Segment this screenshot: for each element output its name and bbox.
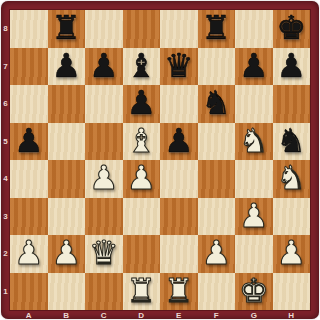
square-c4[interactable]: ♟ bbox=[85, 160, 123, 198]
black-bishop[interactable]: ♝ bbox=[126, 49, 156, 82]
black-knight[interactable]: ♞ bbox=[276, 124, 306, 157]
rank-labels: 87654321 bbox=[1, 10, 10, 310]
square-a3[interactable] bbox=[10, 198, 48, 236]
white-knight[interactable]: ♞ bbox=[239, 124, 269, 157]
white-queen[interactable]: ♛ bbox=[89, 236, 119, 269]
square-b4[interactable] bbox=[48, 160, 86, 198]
square-b3[interactable] bbox=[48, 198, 86, 236]
square-f6[interactable]: ♞ bbox=[198, 85, 236, 123]
file-label-b: b bbox=[48, 310, 86, 320]
black-pawn[interactable]: ♟ bbox=[51, 49, 81, 82]
white-king[interactable]: ♚ bbox=[239, 274, 269, 307]
square-a4[interactable] bbox=[10, 160, 48, 198]
rank-label-3: 3 bbox=[1, 198, 10, 236]
square-h2[interactable]: ♟ bbox=[273, 235, 311, 273]
square-f8[interactable]: ♜ bbox=[198, 10, 236, 48]
square-h7[interactable]: ♟ bbox=[273, 48, 311, 86]
square-e8[interactable] bbox=[160, 10, 198, 48]
square-b1[interactable] bbox=[48, 273, 86, 311]
square-f5[interactable] bbox=[198, 123, 236, 161]
chess-board: ♜♜♚♟♟♝♛♟♟♟♞♟♝♟♞♞♟♟♞♟♟♟♛♟♟♜♜♚ bbox=[10, 10, 310, 310]
rank-label-7: 7 bbox=[1, 48, 10, 86]
square-c6[interactable] bbox=[85, 85, 123, 123]
square-d6[interactable]: ♟ bbox=[123, 85, 161, 123]
white-pawn[interactable]: ♟ bbox=[89, 161, 119, 194]
square-c5[interactable] bbox=[85, 123, 123, 161]
square-d7[interactable]: ♝ bbox=[123, 48, 161, 86]
square-g5[interactable]: ♞ bbox=[235, 123, 273, 161]
square-f3[interactable] bbox=[198, 198, 236, 236]
white-bishop[interactable]: ♝ bbox=[126, 124, 156, 157]
file-label-h: h bbox=[273, 310, 311, 320]
square-d4[interactable]: ♟ bbox=[123, 160, 161, 198]
square-c2[interactable]: ♛ bbox=[85, 235, 123, 273]
square-d2[interactable] bbox=[123, 235, 161, 273]
square-b8[interactable]: ♜ bbox=[48, 10, 86, 48]
black-pawn[interactable]: ♟ bbox=[126, 86, 156, 119]
square-d5[interactable]: ♝ bbox=[123, 123, 161, 161]
square-h1[interactable] bbox=[273, 273, 311, 311]
white-rook[interactable]: ♜ bbox=[164, 274, 194, 307]
square-h8[interactable]: ♚ bbox=[273, 10, 311, 48]
rank-label-1: 1 bbox=[1, 273, 10, 311]
file-label-c: c bbox=[85, 310, 123, 320]
square-e6[interactable] bbox=[160, 85, 198, 123]
square-a1[interactable] bbox=[10, 273, 48, 311]
black-king[interactable]: ♚ bbox=[276, 11, 306, 44]
rank-label-6: 6 bbox=[1, 85, 10, 123]
square-g8[interactable] bbox=[235, 10, 273, 48]
black-rook[interactable]: ♜ bbox=[51, 11, 81, 44]
square-h4[interactable]: ♞ bbox=[273, 160, 311, 198]
square-g4[interactable] bbox=[235, 160, 273, 198]
white-pawn[interactable]: ♟ bbox=[51, 236, 81, 269]
white-pawn[interactable]: ♟ bbox=[201, 236, 231, 269]
square-e2[interactable] bbox=[160, 235, 198, 273]
white-rook[interactable]: ♜ bbox=[126, 274, 156, 307]
file-label-e: e bbox=[160, 310, 198, 320]
square-f7[interactable] bbox=[198, 48, 236, 86]
black-pawn[interactable]: ♟ bbox=[14, 124, 44, 157]
square-b7[interactable]: ♟ bbox=[48, 48, 86, 86]
square-d1[interactable]: ♜ bbox=[123, 273, 161, 311]
black-knight[interactable]: ♞ bbox=[201, 86, 231, 119]
square-f2[interactable]: ♟ bbox=[198, 235, 236, 273]
square-c3[interactable] bbox=[85, 198, 123, 236]
file-label-a: a bbox=[10, 310, 48, 320]
square-e4[interactable] bbox=[160, 160, 198, 198]
white-pawn[interactable]: ♟ bbox=[239, 199, 269, 232]
square-e3[interactable] bbox=[160, 198, 198, 236]
rank-label-4: 4 bbox=[1, 160, 10, 198]
file-label-g: g bbox=[235, 310, 273, 320]
square-h5[interactable]: ♞ bbox=[273, 123, 311, 161]
square-c1[interactable] bbox=[85, 273, 123, 311]
rank-label-5: 5 bbox=[1, 123, 10, 161]
file-label-f: f bbox=[198, 310, 236, 320]
square-b5[interactable] bbox=[48, 123, 86, 161]
square-g1[interactable]: ♚ bbox=[235, 273, 273, 311]
file-labels: abcdefgh bbox=[10, 310, 310, 320]
square-f4[interactable] bbox=[198, 160, 236, 198]
square-g2[interactable] bbox=[235, 235, 273, 273]
square-a5[interactable]: ♟ bbox=[10, 123, 48, 161]
black-pawn[interactable]: ♟ bbox=[89, 49, 119, 82]
square-e7[interactable]: ♛ bbox=[160, 48, 198, 86]
square-c7[interactable]: ♟ bbox=[85, 48, 123, 86]
square-g3[interactable]: ♟ bbox=[235, 198, 273, 236]
black-pawn[interactable]: ♟ bbox=[164, 124, 194, 157]
white-pawn[interactable]: ♟ bbox=[14, 236, 44, 269]
square-a2[interactable]: ♟ bbox=[10, 235, 48, 273]
square-d3[interactable] bbox=[123, 198, 161, 236]
square-a8[interactable] bbox=[10, 10, 48, 48]
square-g7[interactable]: ♟ bbox=[235, 48, 273, 86]
square-b6[interactable] bbox=[48, 85, 86, 123]
square-f1[interactable] bbox=[198, 273, 236, 311]
square-e1[interactable]: ♜ bbox=[160, 273, 198, 311]
square-a7[interactable] bbox=[10, 48, 48, 86]
white-knight[interactable]: ♞ bbox=[276, 161, 306, 194]
square-d8[interactable] bbox=[123, 10, 161, 48]
square-h6[interactable] bbox=[273, 85, 311, 123]
square-c8[interactable] bbox=[85, 10, 123, 48]
black-rook[interactable]: ♜ bbox=[201, 11, 231, 44]
square-a6[interactable] bbox=[10, 85, 48, 123]
board-frame: 87654321 ♜♜♚♟♟♝♛♟♟♟♞♟♝♟♞♞♟♟♞♟♟♟♛♟♟♜♜♚ ab… bbox=[1, 1, 319, 319]
square-h3[interactable] bbox=[273, 198, 311, 236]
white-pawn[interactable]: ♟ bbox=[126, 161, 156, 194]
rank-label-2: 2 bbox=[1, 235, 10, 273]
square-g6[interactable] bbox=[235, 85, 273, 123]
square-b2[interactable]: ♟ bbox=[48, 235, 86, 273]
white-pawn[interactable]: ♟ bbox=[276, 236, 306, 269]
black-pawn[interactable]: ♟ bbox=[276, 49, 306, 82]
black-queen[interactable]: ♛ bbox=[164, 49, 194, 82]
black-pawn[interactable]: ♟ bbox=[239, 49, 269, 82]
rank-label-8: 8 bbox=[1, 10, 10, 48]
square-e5[interactable]: ♟ bbox=[160, 123, 198, 161]
file-label-d: d bbox=[123, 310, 161, 320]
